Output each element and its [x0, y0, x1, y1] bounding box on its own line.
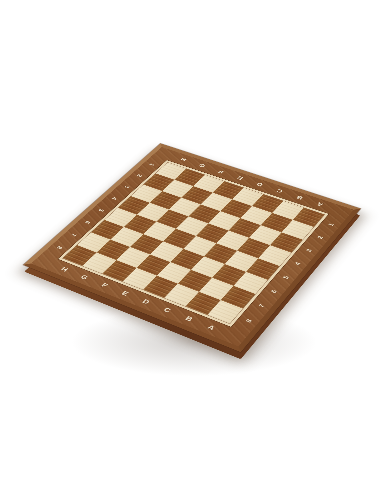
coord-label-lower-right-2: 2 — [315, 235, 324, 240]
coord-label-lower-right-1: 1 — [326, 222, 335, 226]
coord-label-front-D: D — [141, 298, 152, 306]
coord-label-lower-right-7: 7 — [256, 303, 266, 308]
coord-label-far-E: E — [236, 175, 245, 181]
coord-label-front-H: H — [59, 266, 70, 273]
coord-label-upper-left-8: 8 — [55, 245, 64, 250]
coord-label-far-B: B — [295, 195, 304, 201]
coord-label-front-C: C — [162, 306, 173, 314]
product-photo-canvas: 8765432187654321HGFEDCBAHGFEDCBA — [0, 0, 381, 492]
coord-label-far-F: F — [217, 169, 225, 175]
coord-label-far-A: A — [315, 201, 324, 207]
coord-label-lower-right-3: 3 — [304, 248, 313, 253]
coord-label-front-F: F — [100, 282, 110, 289]
coord-label-front-E: E — [120, 290, 130, 297]
coord-label-upper-left-7: 7 — [69, 232, 78, 237]
coord-label-upper-left-1: 1 — [148, 163, 156, 167]
coord-label-upper-left-5: 5 — [97, 208, 106, 212]
coord-label-lower-right-5: 5 — [281, 275, 290, 280]
coord-label-far-C: C — [275, 188, 284, 194]
coord-label-upper-left-2: 2 — [135, 174, 143, 178]
coord-label-far-G: G — [197, 163, 206, 169]
coord-label-upper-left-6: 6 — [83, 220, 92, 224]
coord-label-far-H: H — [179, 157, 188, 163]
coord-label-lower-right-8: 8 — [244, 318, 254, 323]
coord-label-upper-left-4: 4 — [110, 196, 118, 200]
coord-label-front-B: B — [184, 315, 195, 323]
coord-label-lower-right-6: 6 — [269, 289, 279, 294]
coord-label-far-D: D — [255, 182, 264, 188]
coord-label-upper-left-3: 3 — [123, 185, 131, 189]
coord-label-lower-right-4: 4 — [293, 261, 302, 266]
coord-label-front-A: A — [206, 323, 217, 331]
coord-label-front-G: G — [79, 274, 90, 281]
